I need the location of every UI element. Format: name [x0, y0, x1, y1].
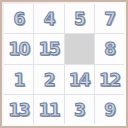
tile-13-label: 13 — [8, 101, 29, 118]
tile-15[interactable]: 15 — [34, 34, 63, 63]
tile-7-label: 7 — [104, 11, 114, 28]
tile-8[interactable]: 8 — [95, 34, 124, 63]
tile-13[interactable]: 13 — [4, 95, 33, 124]
tile-12[interactable]: 12 — [95, 65, 124, 94]
tile-7[interactable]: 7 — [95, 4, 124, 33]
tile-12-label: 12 — [99, 71, 120, 88]
tile-9[interactable]: 9 — [95, 95, 124, 124]
tile-14-label: 14 — [69, 71, 90, 88]
tile-2-label: 2 — [44, 71, 54, 88]
tile-6-label: 6 — [13, 11, 23, 28]
tile-10[interactable]: 10 — [4, 34, 33, 63]
tile-5[interactable]: 5 — [65, 4, 94, 33]
tile-11-label: 11 — [39, 101, 60, 118]
tile-1[interactable]: 1 — [4, 65, 33, 94]
tile-2[interactable]: 2 — [34, 65, 63, 94]
tile-10-label: 10 — [8, 41, 29, 58]
tile-4-label: 4 — [44, 11, 54, 28]
empty-slot — [65, 34, 94, 63]
tile-4[interactable]: 4 — [34, 4, 63, 33]
tile-5-label: 5 — [74, 11, 84, 28]
puzzle-grid: 6 4 5 7 10 15 8 1 2 14 12 13 11 3 9 — [4, 4, 124, 124]
tile-15-label: 15 — [39, 41, 60, 58]
tile-11[interactable]: 11 — [34, 95, 63, 124]
tile-3[interactable]: 3 — [65, 95, 94, 124]
tile-1-label: 1 — [13, 71, 23, 88]
tile-14[interactable]: 14 — [65, 65, 94, 94]
tile-6[interactable]: 6 — [4, 4, 33, 33]
tile-3-label: 3 — [74, 101, 84, 118]
tile-9-label: 9 — [104, 101, 114, 118]
puzzle-board: 6 4 5 7 10 15 8 1 2 14 12 13 11 3 9 — [0, 0, 128, 128]
tile-8-label: 8 — [104, 41, 114, 58]
